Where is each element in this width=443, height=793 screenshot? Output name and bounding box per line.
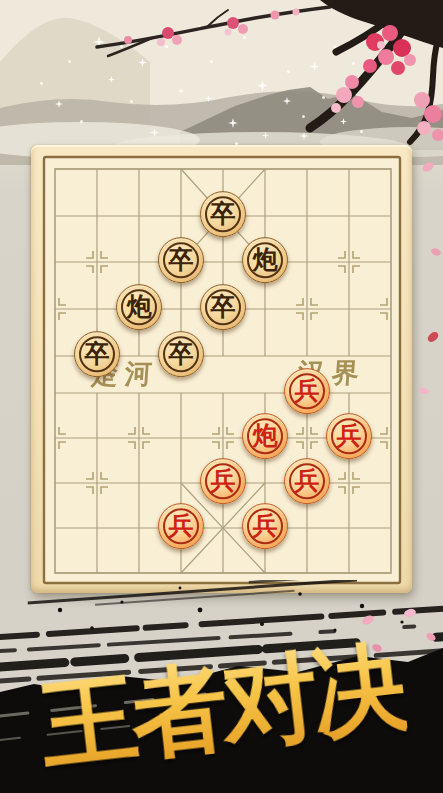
falling-petals: [418, 161, 442, 396]
piece-glyph: 兵: [337, 423, 362, 448]
red-soldier[interactable]: 兵: [284, 458, 330, 504]
red-cannon[interactable]: 炮: [242, 413, 288, 459]
piece-glyph: 兵: [169, 513, 194, 538]
sparkle-dot: [235, 142, 238, 145]
black-cannon[interactable]: 炮: [242, 237, 288, 283]
piece-glyph: 卒: [169, 247, 194, 272]
piece-glyph: 炮: [127, 294, 152, 319]
sparkle-dot: [130, 100, 133, 103]
black-soldier[interactable]: 卒: [200, 191, 246, 237]
sparkle-dot: [80, 120, 83, 123]
piece-glyph: 兵: [253, 513, 278, 538]
piece-glyph: 卒: [211, 201, 236, 226]
piece-glyph: 炮: [253, 247, 278, 272]
black-soldier[interactable]: 卒: [158, 237, 204, 283]
sparkle-dot: [287, 70, 290, 73]
red-soldier[interactable]: 兵: [200, 458, 246, 504]
piece-glyph: 卒: [211, 294, 236, 319]
red-soldier[interactable]: 兵: [158, 503, 204, 549]
sparkle-dot: [352, 62, 355, 65]
sparkle-dot: [302, 115, 305, 118]
piece-glyph: 兵: [295, 378, 320, 403]
sparkle-dot: [398, 70, 401, 73]
black-soldier[interactable]: 卒: [74, 331, 120, 377]
sparkle-dot: [165, 45, 168, 48]
xiangqi-board[interactable]: 楚河 汉界 卒卒炮炮卒卒卒兵炮兵兵兵兵兵: [31, 145, 412, 593]
red-soldier[interactable]: 兵: [242, 503, 288, 549]
piece-glyph: 兵: [295, 468, 320, 493]
sparkle-dot: [120, 45, 123, 48]
sparkle-dot: [68, 60, 71, 63]
ink-wash-mountains: [0, 0, 443, 165]
red-soldier[interactable]: 兵: [326, 413, 372, 459]
sparkle-dot: [360, 130, 363, 133]
piece-glyph: 卒: [169, 341, 194, 366]
piece-glyph: 兵: [211, 468, 236, 493]
sparkle-dot: [210, 60, 213, 63]
black-soldier[interactable]: 卒: [158, 331, 204, 377]
xiangqi-promo-screen: 楚河 汉界 卒卒炮炮卒卒卒兵炮兵兵兵兵兵: [0, 0, 443, 793]
red-soldier[interactable]: 兵: [284, 368, 330, 414]
sparkle-dot: [322, 96, 325, 99]
sparkle-dot: [243, 36, 246, 39]
black-soldier[interactable]: 卒: [200, 284, 246, 330]
sparkle-dot: [40, 82, 43, 85]
piece-glyph: 卒: [85, 341, 110, 366]
piece-glyph: 炮: [253, 423, 278, 448]
black-cannon[interactable]: 炮: [116, 284, 162, 330]
